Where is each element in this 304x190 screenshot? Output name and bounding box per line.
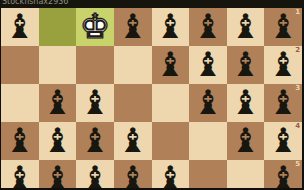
square-d3[interactable] <box>152 84 190 122</box>
piece-black-bishop-icon: ♝ <box>155 8 185 45</box>
square-h3[interactable] <box>1 84 39 122</box>
square-f2[interactable] <box>76 46 114 84</box>
square-f4[interactable]: ♝ <box>76 122 114 160</box>
square-d4[interactable] <box>152 122 190 160</box>
piece-black-bishop-icon: ♝ <box>193 45 223 83</box>
square-e5[interactable]: ♝ <box>114 160 152 188</box>
piece-black-bishop-icon: ♝ <box>268 45 298 83</box>
square-b2[interactable]: ♝ <box>227 46 265 84</box>
square-c4[interactable] <box>189 122 227 160</box>
square-h1[interactable]: ♝ <box>1 8 39 46</box>
square-h5[interactable]: ♝ <box>1 160 39 188</box>
piece-black-bishop-icon: ♝ <box>155 45 185 83</box>
square-a4[interactable]: ♝4 <box>264 122 302 160</box>
rank-coordinate-5: 5 <box>295 160 300 169</box>
piece-black-bishop-icon: ♝ <box>42 159 72 188</box>
square-c3[interactable]: ♝ <box>189 84 227 122</box>
square-a1[interactable]: ♝1 <box>264 8 302 46</box>
square-e3[interactable] <box>114 84 152 122</box>
top-bar: Stockfishax2936 <box>0 0 304 8</box>
square-d5[interactable]: ♝ <box>152 160 190 188</box>
piece-black-bishop-icon: ♝ <box>117 8 147 45</box>
square-g2[interactable] <box>39 46 77 84</box>
square-b4[interactable]: ♝ <box>227 122 265 160</box>
square-a3[interactable]: ♝3 <box>264 84 302 122</box>
piece-black-bishop-icon: ♝ <box>5 121 35 159</box>
piece-black-bishop-icon: ♝ <box>268 121 298 159</box>
square-c2[interactable]: ♝ <box>189 46 227 84</box>
square-h4[interactable]: ♝ <box>1 122 39 160</box>
rank-coordinate-1: 1 <box>295 8 300 17</box>
piece-black-bishop-icon: ♝ <box>193 83 223 121</box>
piece-black-bishop-icon: ♝ <box>80 159 110 188</box>
square-f3[interactable]: ♝ <box>76 84 114 122</box>
piece-black-bishop-icon: ♝ <box>42 83 72 121</box>
square-e2[interactable] <box>114 46 152 84</box>
piece-black-bishop-icon: ♝ <box>5 159 35 188</box>
piece-black-bishop-icon: ♝ <box>230 45 260 83</box>
piece-black-bishop-icon: ♝ <box>268 159 298 188</box>
rank-coordinate-2: 2 <box>295 46 300 55</box>
square-b5[interactable] <box>227 160 265 188</box>
square-g1[interactable] <box>39 8 77 46</box>
piece-black-bishop-icon: ♝ <box>268 83 298 121</box>
piece-white-king-icon: ♚ <box>80 8 110 45</box>
square-h2[interactable] <box>1 46 39 84</box>
square-b1[interactable]: ♝ <box>227 8 265 46</box>
piece-black-bishop-icon: ♝ <box>193 8 223 45</box>
piece-black-bishop-icon: ♝ <box>5 8 35 45</box>
square-f5[interactable]: ♝ <box>76 160 114 188</box>
piece-black-bishop-icon: ♝ <box>117 159 147 188</box>
square-f1[interactable]: ♚ <box>76 8 114 46</box>
square-a2[interactable]: ♝2 <box>264 46 302 84</box>
square-g5[interactable]: ♝ <box>39 160 77 188</box>
piece-black-bishop-icon: ♝ <box>80 121 110 159</box>
square-g3[interactable]: ♝ <box>39 84 77 122</box>
piece-black-bishop-icon: ♝ <box>268 8 298 45</box>
piece-black-bishop-icon: ♝ <box>230 121 260 159</box>
square-e1[interactable]: ♝ <box>114 8 152 46</box>
square-e4[interactable]: ♝ <box>114 122 152 160</box>
chess-board: ♝♚♝♝♝♝♝1♝♝♝♝2♝♝♝♝♝3♝♝♝♝♝♝4♝♝♝♝♝♝5 <box>1 8 302 188</box>
piece-black-bishop-icon: ♝ <box>42 121 72 159</box>
piece-black-bishop-icon: ♝ <box>230 8 260 45</box>
piece-black-bishop-icon: ♝ <box>117 121 147 159</box>
square-c1[interactable]: ♝ <box>189 8 227 46</box>
square-d1[interactable]: ♝ <box>152 8 190 46</box>
square-d2[interactable]: ♝ <box>152 46 190 84</box>
square-g4[interactable]: ♝ <box>39 122 77 160</box>
square-c5[interactable] <box>189 160 227 188</box>
square-b3[interactable]: ♝ <box>227 84 265 122</box>
player-name: Stockfishax2936 <box>2 0 68 7</box>
piece-black-bishop-icon: ♝ <box>155 159 185 188</box>
square-a5[interactable]: ♝5 <box>264 160 302 188</box>
rank-coordinate-4: 4 <box>295 122 300 131</box>
piece-black-bishop-icon: ♝ <box>230 83 260 121</box>
rank-coordinate-3: 3 <box>295 84 300 93</box>
piece-black-bishop-icon: ♝ <box>80 83 110 121</box>
